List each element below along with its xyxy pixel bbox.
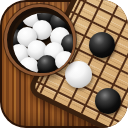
go-stone-black bbox=[89, 32, 115, 58]
go-stone-white bbox=[65, 61, 92, 88]
go-stone-black bbox=[37, 55, 57, 73]
go-app-icon[interactable] bbox=[0, 0, 128, 128]
go-stone-black bbox=[95, 88, 121, 114]
go-stone-white bbox=[19, 57, 39, 73]
stone-bowl bbox=[4, 4, 76, 76]
bowl-stones bbox=[13, 13, 73, 73]
